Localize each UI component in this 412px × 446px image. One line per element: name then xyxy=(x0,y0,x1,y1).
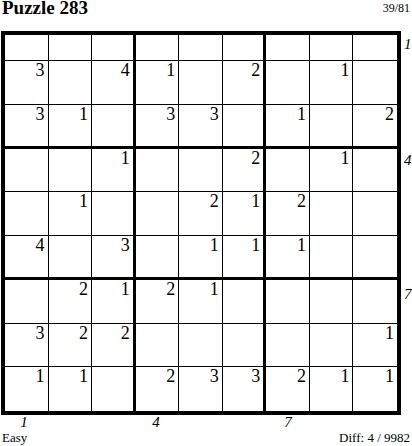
cell-clue: 2 xyxy=(385,106,394,122)
cell-clue: 2 xyxy=(166,368,175,384)
cell-r5c7[interactable]: 2 xyxy=(266,192,310,236)
difficulty-label: Easy xyxy=(2,430,27,446)
cell-r8c6[interactable] xyxy=(223,324,267,368)
cell-r3c4[interactable]: 3 xyxy=(136,105,180,149)
cell-r7c8[interactable] xyxy=(310,280,354,324)
cell-clue: 1 xyxy=(79,368,88,384)
cell-clue: 1 xyxy=(36,368,45,384)
row-label-7: 7 xyxy=(404,287,412,302)
cell-r4c5[interactable] xyxy=(179,149,223,193)
cell-r1c8[interactable] xyxy=(310,35,354,61)
cell-r9c8[interactable]: 1 xyxy=(310,367,354,411)
cell-clue: 2 xyxy=(251,62,260,78)
cell-r4c1[interactable] xyxy=(5,149,49,193)
cell-clue: 1 xyxy=(121,281,130,297)
row-label-4: 4 xyxy=(404,153,412,168)
cell-r2c6[interactable]: 2 xyxy=(223,61,267,105)
cell-r8c3[interactable]: 2 xyxy=(92,324,136,368)
cell-r9c1[interactable]: 1 xyxy=(5,367,49,411)
cell-r4c2[interactable] xyxy=(49,149,93,193)
cell-r1c6[interactable] xyxy=(223,35,267,61)
cell-r6c4[interactable] xyxy=(136,236,180,280)
cell-clue: 1 xyxy=(297,106,306,122)
cell-r6c6[interactable]: 1 xyxy=(223,236,267,280)
cell-r3c3[interactable] xyxy=(92,105,136,149)
cell-r6c3[interactable]: 3 xyxy=(92,236,136,280)
cell-r3c9[interactable]: 2 xyxy=(353,105,397,149)
cell-r4c4[interactable] xyxy=(136,149,180,193)
diff-rating-label: Diff: 4 / 9982 xyxy=(339,430,410,446)
cell-r9c5[interactable]: 3 xyxy=(179,367,223,411)
cell-r6c2[interactable] xyxy=(49,236,93,280)
cell-r8c2[interactable]: 2 xyxy=(49,324,93,368)
cell-clue: 3 xyxy=(36,62,45,78)
cell-r1c9[interactable] xyxy=(353,35,397,61)
cell-clue: 2 xyxy=(121,325,130,341)
cell-clue: 1 xyxy=(297,237,306,253)
cell-r6c1[interactable]: 4 xyxy=(5,236,49,280)
cell-clue: 1 xyxy=(121,150,130,166)
cell-r9c9[interactable]: 1 xyxy=(353,367,397,411)
cell-r5c4[interactable] xyxy=(136,192,180,236)
cell-r2c9[interactable] xyxy=(353,61,397,105)
cell-clue: 3 xyxy=(121,237,130,253)
cell-clue: 1 xyxy=(79,106,88,122)
cell-clue: 2 xyxy=(79,325,88,341)
cell-clue: 3 xyxy=(210,106,219,122)
cell-r2c7[interactable] xyxy=(266,61,310,105)
cell-r9c3[interactable] xyxy=(92,367,136,411)
col-label-4: 4 xyxy=(152,415,160,430)
cell-r9c7[interactable]: 2 xyxy=(266,367,310,411)
cell-r2c3[interactable]: 4 xyxy=(92,61,136,105)
cell-clue: 4 xyxy=(36,237,45,253)
cell-clue: 1 xyxy=(385,325,394,341)
cell-r7c1[interactable] xyxy=(5,280,49,324)
cell-r2c1[interactable]: 3 xyxy=(5,61,49,105)
cell-r5c6[interactable]: 1 xyxy=(223,192,267,236)
cell-r1c4[interactable] xyxy=(136,35,180,61)
cell-r5c5[interactable]: 2 xyxy=(179,192,223,236)
cell-r5c3[interactable] xyxy=(92,192,136,236)
cell-r9c2[interactable]: 1 xyxy=(49,367,93,411)
cell-r2c2[interactable] xyxy=(49,61,93,105)
cell-r1c7[interactable] xyxy=(266,35,310,61)
cell-clue: 2 xyxy=(166,281,175,297)
cell-r7c2[interactable]: 2 xyxy=(49,280,93,324)
col-label-1: 1 xyxy=(20,415,28,430)
cell-clue: 1 xyxy=(340,150,349,166)
cell-r4c6[interactable]: 2 xyxy=(223,149,267,193)
cell-r3c7[interactable]: 1 xyxy=(266,105,310,149)
cell-clue: 3 xyxy=(36,106,45,122)
cell-r8c7[interactable] xyxy=(266,324,310,368)
cell-r2c4[interactable]: 1 xyxy=(136,61,180,105)
cell-clue: 1 xyxy=(251,237,260,253)
cell-clue: 2 xyxy=(297,193,306,209)
cell-r4c3[interactable]: 1 xyxy=(92,149,136,193)
cell-clue: 3 xyxy=(251,368,260,384)
cell-r6c7[interactable]: 1 xyxy=(266,236,310,280)
col-label-7: 7 xyxy=(284,415,292,430)
cell-r7c4[interactable]: 2 xyxy=(136,280,180,324)
cell-r3c6[interactable] xyxy=(223,105,267,149)
cell-clue: 1 xyxy=(166,62,175,78)
cell-r8c8[interactable] xyxy=(310,324,354,368)
cell-r4c7[interactable] xyxy=(266,149,310,193)
cell-r1c2[interactable] xyxy=(49,35,93,61)
cell-r5c9[interactable] xyxy=(353,192,397,236)
cell-r4c9[interactable] xyxy=(353,149,397,193)
clue-counter: 39/81 xyxy=(383,1,410,16)
cell-r3c1[interactable]: 3 xyxy=(5,105,49,149)
cell-clue: 1 xyxy=(340,62,349,78)
cell-clue: 2 xyxy=(297,368,306,384)
cell-r9c4[interactable]: 2 xyxy=(136,367,180,411)
cell-r3c8[interactable] xyxy=(310,105,354,149)
puzzle-grid: 341213133121211212431112121322111233211 xyxy=(1,31,401,415)
cell-clue: 2 xyxy=(210,193,219,209)
cell-r3c2[interactable]: 1 xyxy=(49,105,93,149)
cell-clue: 3 xyxy=(36,325,45,341)
cell-clue: 1 xyxy=(210,281,219,297)
cell-r1c5[interactable] xyxy=(179,35,223,61)
cell-r8c5[interactable] xyxy=(179,324,223,368)
cell-r7c9[interactable] xyxy=(353,280,397,324)
cell-r2c5[interactable] xyxy=(179,61,223,105)
cell-r5c2[interactable]: 1 xyxy=(49,192,93,236)
cell-clue: 2 xyxy=(79,281,88,297)
cell-r6c9[interactable] xyxy=(353,236,397,280)
cell-r5c1[interactable] xyxy=(5,192,49,236)
cell-r5c8[interactable] xyxy=(310,192,354,236)
cell-r7c7[interactable] xyxy=(266,280,310,324)
cell-r7c6[interactable] xyxy=(223,280,267,324)
cell-r8c1[interactable]: 3 xyxy=(5,324,49,368)
cell-clue: 3 xyxy=(210,368,219,384)
cell-clue: 1 xyxy=(79,193,88,209)
cell-r7c5[interactable]: 1 xyxy=(179,280,223,324)
cell-r1c1[interactable] xyxy=(5,35,49,61)
cell-r1c3[interactable] xyxy=(92,35,136,61)
cell-r7c3[interactable]: 1 xyxy=(92,280,136,324)
page-title: Puzzle 283 xyxy=(2,0,88,19)
cell-r9c6[interactable]: 3 xyxy=(223,367,267,411)
cell-clue: 1 xyxy=(251,193,260,209)
cell-clue: 2 xyxy=(251,150,260,166)
cell-r8c4[interactable] xyxy=(136,324,180,368)
cell-clue: 1 xyxy=(385,368,394,384)
cell-r4c8[interactable]: 1 xyxy=(310,149,354,193)
row-label-1: 1 xyxy=(404,37,412,52)
cell-r3c5[interactable]: 3 xyxy=(179,105,223,149)
cell-r6c5[interactable]: 1 xyxy=(179,236,223,280)
cell-r6c8[interactable] xyxy=(310,236,354,280)
cell-clue: 1 xyxy=(340,368,349,384)
cell-clue: 3 xyxy=(166,106,175,122)
cell-r8c9[interactable]: 1 xyxy=(353,324,397,368)
cell-clue: 4 xyxy=(121,62,130,78)
cell-clue: 1 xyxy=(210,237,219,253)
cell-r2c8[interactable]: 1 xyxy=(310,61,354,105)
